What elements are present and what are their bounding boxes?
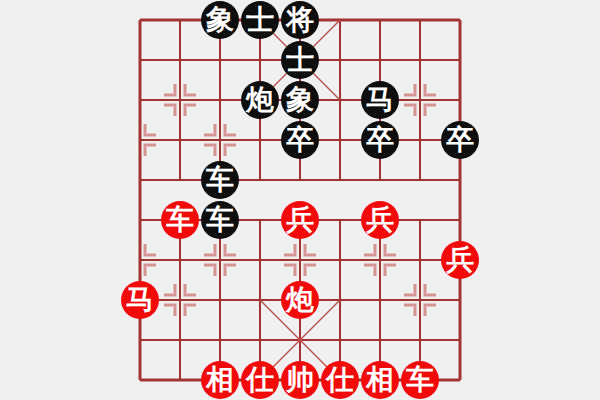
black-chariot-glyph: 车	[201, 161, 239, 199]
red-soldier-glyph: 兵	[281, 201, 319, 239]
black-chariot[interactable]: 车	[200, 200, 240, 240]
xiangqi-board[interactable]: 象士将士炮象马卒卒卒车车车兵兵兵马炮相仕帅仕相车	[120, 0, 480, 400]
red-advisor[interactable]: 仕	[320, 360, 360, 400]
black-soldier[interactable]: 卒	[440, 120, 480, 160]
red-chariot[interactable]: 车	[160, 200, 200, 240]
black-horse-glyph: 马	[361, 81, 399, 119]
red-advisor-glyph: 仕	[241, 361, 279, 399]
red-advisor[interactable]: 仕	[240, 360, 280, 400]
red-soldier-glyph: 兵	[361, 201, 399, 239]
red-cannon[interactable]: 炮	[280, 280, 320, 320]
red-elephant[interactable]: 相	[200, 360, 240, 400]
red-chariot-glyph: 车	[161, 201, 199, 239]
red-chariot[interactable]: 车	[400, 360, 440, 400]
red-chariot-glyph: 车	[401, 361, 439, 399]
black-soldier-glyph: 卒	[441, 121, 479, 159]
black-chariot-glyph: 车	[201, 201, 239, 239]
black-cannon-glyph: 炮	[241, 81, 279, 119]
red-elephant[interactable]: 相	[360, 360, 400, 400]
red-general-glyph: 帅	[281, 361, 319, 399]
black-advisor[interactable]: 士	[240, 0, 280, 40]
black-elephant[interactable]: 象	[200, 0, 240, 40]
black-soldier[interactable]: 卒	[280, 120, 320, 160]
black-chariot[interactable]: 车	[200, 160, 240, 200]
xiangqi-app: 象士将士炮象马卒卒卒车车车兵兵兵马炮相仕帅仕相车	[0, 0, 600, 400]
red-elephant-glyph: 相	[201, 361, 239, 399]
red-soldier[interactable]: 兵	[440, 240, 480, 280]
black-general-glyph: 将	[281, 1, 319, 39]
black-general[interactable]: 将	[280, 0, 320, 40]
black-advisor[interactable]: 士	[280, 40, 320, 80]
black-soldier-glyph: 卒	[281, 121, 319, 159]
black-elephant-glyph: 象	[201, 1, 239, 39]
red-soldier[interactable]: 兵	[280, 200, 320, 240]
red-soldier[interactable]: 兵	[360, 200, 400, 240]
black-soldier[interactable]: 卒	[360, 120, 400, 160]
black-soldier-glyph: 卒	[361, 121, 399, 159]
black-advisor-glyph: 士	[241, 1, 279, 39]
black-horse[interactable]: 马	[360, 80, 400, 120]
black-advisor-glyph: 士	[281, 41, 319, 79]
red-advisor-glyph: 仕	[321, 361, 359, 399]
red-soldier-glyph: 兵	[441, 241, 479, 279]
black-elephant-glyph: 象	[281, 81, 319, 119]
black-cannon[interactable]: 炮	[240, 80, 280, 120]
red-elephant-glyph: 相	[361, 361, 399, 399]
black-elephant[interactable]: 象	[280, 80, 320, 120]
red-horse-glyph: 马	[121, 281, 159, 319]
red-cannon-glyph: 炮	[281, 281, 319, 319]
red-horse[interactable]: 马	[120, 280, 160, 320]
red-general[interactable]: 帅	[280, 360, 320, 400]
